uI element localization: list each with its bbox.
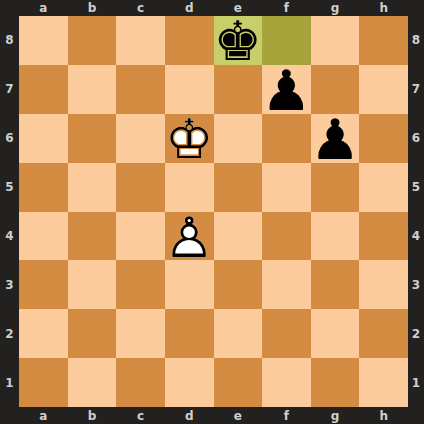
file-label-a: a bbox=[19, 0, 68, 16]
square-a3[interactable] bbox=[19, 260, 68, 309]
square-d8[interactable] bbox=[165, 16, 214, 65]
rank-label-4: 4 bbox=[408, 212, 424, 261]
square-a8[interactable] bbox=[19, 16, 68, 65]
rank-label-2: 2 bbox=[0, 309, 19, 358]
rank-label-7: 7 bbox=[408, 65, 424, 114]
square-d2[interactable] bbox=[165, 309, 214, 358]
black-king-glyph: ♚ bbox=[214, 18, 263, 67]
square-b4[interactable] bbox=[68, 212, 117, 261]
square-h4[interactable] bbox=[359, 212, 408, 261]
rank-label-5: 5 bbox=[408, 163, 424, 212]
black-pawn-glyph: ♟ bbox=[311, 116, 360, 165]
square-d6[interactable]: ♚♔ bbox=[165, 114, 214, 163]
square-h6[interactable] bbox=[359, 114, 408, 163]
square-h7[interactable] bbox=[359, 65, 408, 114]
square-c8[interactable] bbox=[116, 16, 165, 65]
rank-label-3: 3 bbox=[408, 260, 424, 309]
white-pawn-outline-glyph: ♙ bbox=[165, 214, 214, 263]
square-c5[interactable] bbox=[116, 163, 165, 212]
rank-labels-right: 87654321 bbox=[408, 16, 424, 407]
file-label-b: b bbox=[68, 407, 117, 424]
file-label-b: b bbox=[68, 0, 117, 16]
rank-label-2: 2 bbox=[408, 309, 424, 358]
black-pawn[interactable]: ♟ bbox=[262, 65, 311, 114]
board-grid: ♚♟♚♔♟♟♙ bbox=[19, 16, 408, 407]
square-a1[interactable] bbox=[19, 358, 68, 407]
square-b1[interactable] bbox=[68, 358, 117, 407]
square-g1[interactable] bbox=[311, 358, 360, 407]
square-a4[interactable] bbox=[19, 212, 68, 261]
rank-label-1: 1 bbox=[0, 358, 19, 407]
square-g2[interactable] bbox=[311, 309, 360, 358]
square-g6[interactable]: ♟ bbox=[311, 114, 360, 163]
square-c3[interactable] bbox=[116, 260, 165, 309]
rank-label-3: 3 bbox=[0, 260, 19, 309]
black-king[interactable]: ♚ bbox=[214, 16, 263, 65]
white-pawn[interactable]: ♟♙ bbox=[165, 212, 214, 261]
square-h5[interactable] bbox=[359, 163, 408, 212]
file-label-d: d bbox=[165, 407, 214, 424]
rank-label-1: 1 bbox=[408, 358, 424, 407]
white-king-outline-glyph: ♔ bbox=[165, 116, 214, 165]
square-f1[interactable] bbox=[262, 358, 311, 407]
square-g3[interactable] bbox=[311, 260, 360, 309]
square-e1[interactable] bbox=[214, 358, 263, 407]
rank-label-8: 8 bbox=[0, 16, 19, 65]
square-d4[interactable]: ♟♙ bbox=[165, 212, 214, 261]
square-c7[interactable] bbox=[116, 65, 165, 114]
file-label-h: h bbox=[359, 0, 408, 16]
square-f4[interactable] bbox=[262, 212, 311, 261]
square-c4[interactable] bbox=[116, 212, 165, 261]
rank-label-5: 5 bbox=[0, 163, 19, 212]
square-b5[interactable] bbox=[68, 163, 117, 212]
square-f5[interactable] bbox=[262, 163, 311, 212]
square-e3[interactable] bbox=[214, 260, 263, 309]
rank-label-7: 7 bbox=[0, 65, 19, 114]
square-a7[interactable] bbox=[19, 65, 68, 114]
square-f7[interactable]: ♟ bbox=[262, 65, 311, 114]
square-f2[interactable] bbox=[262, 309, 311, 358]
square-e5[interactable] bbox=[214, 163, 263, 212]
square-h1[interactable] bbox=[359, 358, 408, 407]
square-e6[interactable] bbox=[214, 114, 263, 163]
file-label-c: c bbox=[116, 0, 165, 16]
square-a6[interactable] bbox=[19, 114, 68, 163]
rank-labels-left: 87654321 bbox=[0, 16, 19, 407]
chess-board: abcdefgh 87654321 ♚♟♚♔♟♟♙ 87654321 abcde… bbox=[0, 0, 424, 424]
square-c2[interactable] bbox=[116, 309, 165, 358]
square-b8[interactable] bbox=[68, 16, 117, 65]
rank-label-6: 6 bbox=[0, 114, 19, 163]
square-h8[interactable] bbox=[359, 16, 408, 65]
file-label-g: g bbox=[311, 0, 360, 16]
square-e8[interactable]: ♚ bbox=[214, 16, 263, 65]
square-b6[interactable] bbox=[68, 114, 117, 163]
square-e7[interactable] bbox=[214, 65, 263, 114]
white-king[interactable]: ♚♔ bbox=[165, 114, 214, 163]
rank-label-8: 8 bbox=[408, 16, 424, 65]
file-label-d: d bbox=[165, 0, 214, 16]
square-f3[interactable] bbox=[262, 260, 311, 309]
rank-label-6: 6 bbox=[408, 114, 424, 163]
square-c1[interactable] bbox=[116, 358, 165, 407]
square-b3[interactable] bbox=[68, 260, 117, 309]
file-labels-bottom: abcdefgh bbox=[19, 407, 408, 424]
square-e4[interactable] bbox=[214, 212, 263, 261]
file-label-g: g bbox=[311, 407, 360, 424]
square-d3[interactable] bbox=[165, 260, 214, 309]
file-label-e: e bbox=[214, 407, 263, 424]
black-pawn-glyph: ♟ bbox=[262, 67, 311, 116]
square-b7[interactable] bbox=[68, 65, 117, 114]
square-g4[interactable] bbox=[311, 212, 360, 261]
file-label-f: f bbox=[262, 0, 311, 16]
square-a5[interactable] bbox=[19, 163, 68, 212]
file-label-h: h bbox=[359, 407, 408, 424]
square-h2[interactable] bbox=[359, 309, 408, 358]
square-d7[interactable] bbox=[165, 65, 214, 114]
square-c6[interactable] bbox=[116, 114, 165, 163]
square-b2[interactable] bbox=[68, 309, 117, 358]
square-h3[interactable] bbox=[359, 260, 408, 309]
file-label-c: c bbox=[116, 407, 165, 424]
file-label-f: f bbox=[262, 407, 311, 424]
square-e2[interactable] bbox=[214, 309, 263, 358]
rank-label-4: 4 bbox=[0, 212, 19, 261]
black-pawn[interactable]: ♟ bbox=[311, 114, 360, 163]
square-f6[interactable] bbox=[262, 114, 311, 163]
square-a2[interactable] bbox=[19, 309, 68, 358]
square-g5[interactable] bbox=[311, 163, 360, 212]
square-d1[interactable] bbox=[165, 358, 214, 407]
file-label-a: a bbox=[19, 407, 68, 424]
square-g8[interactable] bbox=[311, 16, 360, 65]
